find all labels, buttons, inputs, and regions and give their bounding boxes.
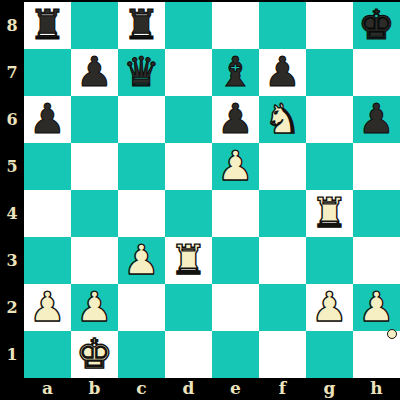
square-e4[interactable]: [212, 190, 259, 237]
square-f3[interactable]: [259, 237, 306, 284]
piece-black-rook-a8[interactable]: ♜: [29, 2, 66, 49]
piece-black-pawn-h6[interactable]: ♟: [358, 96, 395, 143]
square-b1[interactable]: ♚: [71, 331, 118, 378]
rank-label-4: 4: [0, 190, 24, 237]
square-e5[interactable]: ♟: [212, 143, 259, 190]
square-f1[interactable]: [259, 331, 306, 378]
square-h6[interactable]: ♟: [353, 96, 400, 143]
square-d3[interactable]: ♜: [165, 237, 212, 284]
square-c3[interactable]: ♟: [118, 237, 165, 284]
square-h2[interactable]: ♟: [353, 284, 400, 331]
chessboard[interactable]: ♜♜♚♟♛♝♟♟♟♞♟♟♜♟♜♟♟♟♟♚: [24, 2, 400, 378]
chessboard-frame: 87654321 ♜♜♚♟♛♝♟♟♟♞♟♟♜♟♜♟♟♟♟♚ abcdefgh: [0, 0, 400, 400]
piece-white-pawn-g2[interactable]: ♟: [311, 284, 348, 331]
file-label-e: e: [212, 378, 259, 400]
file-label-h: h: [353, 378, 400, 400]
square-a2[interactable]: ♟: [24, 284, 71, 331]
square-f8[interactable]: [259, 2, 306, 49]
square-a6[interactable]: ♟: [24, 96, 71, 143]
file-labels: abcdefgh: [24, 378, 400, 400]
square-g1[interactable]: [306, 331, 353, 378]
square-b5[interactable]: [71, 143, 118, 190]
square-d6[interactable]: [165, 96, 212, 143]
square-h5[interactable]: [353, 143, 400, 190]
square-h8[interactable]: ♚: [353, 2, 400, 49]
white-to-move-indicator: [387, 329, 397, 339]
square-g4[interactable]: ♜: [306, 190, 353, 237]
rank-label-8: 8: [0, 2, 24, 49]
square-g7[interactable]: [306, 49, 353, 96]
square-c5[interactable]: [118, 143, 165, 190]
square-d8[interactable]: [165, 2, 212, 49]
square-a3[interactable]: [24, 237, 71, 284]
square-d7[interactable]: [165, 49, 212, 96]
square-g6[interactable]: [306, 96, 353, 143]
rank-label-6: 6: [0, 96, 24, 143]
piece-black-rook-c8[interactable]: ♜: [123, 2, 160, 49]
square-b3[interactable]: [71, 237, 118, 284]
piece-black-queen-c7[interactable]: ♛: [123, 49, 160, 96]
square-d2[interactable]: [165, 284, 212, 331]
file-label-c: c: [118, 378, 165, 400]
square-a1[interactable]: [24, 331, 71, 378]
file-label-g: g: [306, 378, 353, 400]
square-g3[interactable]: [306, 237, 353, 284]
piece-white-knight-f6[interactable]: ♞: [264, 96, 301, 143]
file-label-f: f: [259, 378, 306, 400]
piece-white-pawn-b2[interactable]: ♟: [76, 284, 113, 331]
square-h3[interactable]: [353, 237, 400, 284]
rank-labels: 87654321: [0, 2, 24, 378]
square-d5[interactable]: [165, 143, 212, 190]
piece-white-king-b1[interactable]: ♚: [76, 331, 113, 378]
piece-white-pawn-c3[interactable]: ♟: [123, 237, 160, 284]
square-b8[interactable]: [71, 2, 118, 49]
square-e3[interactable]: [212, 237, 259, 284]
square-d1[interactable]: [165, 331, 212, 378]
square-e8[interactable]: [212, 2, 259, 49]
square-b6[interactable]: [71, 96, 118, 143]
square-b2[interactable]: ♟: [71, 284, 118, 331]
piece-black-king-h8[interactable]: ♚: [358, 2, 395, 49]
rank-label-5: 5: [0, 143, 24, 190]
square-c1[interactable]: [118, 331, 165, 378]
piece-black-pawn-a6[interactable]: ♟: [29, 96, 66, 143]
square-e6[interactable]: ♟: [212, 96, 259, 143]
square-b4[interactable]: [71, 190, 118, 237]
rank-label-7: 7: [0, 49, 24, 96]
square-f6[interactable]: ♞: [259, 96, 306, 143]
square-f2[interactable]: [259, 284, 306, 331]
square-e2[interactable]: [212, 284, 259, 331]
square-h4[interactable]: [353, 190, 400, 237]
square-a5[interactable]: [24, 143, 71, 190]
square-b7[interactable]: ♟: [71, 49, 118, 96]
square-g8[interactable]: [306, 2, 353, 49]
piece-white-rook-d3[interactable]: ♜: [170, 237, 207, 284]
square-a8[interactable]: ♜: [24, 2, 71, 49]
square-f4[interactable]: [259, 190, 306, 237]
square-f7[interactable]: ♟: [259, 49, 306, 96]
piece-black-pawn-f7[interactable]: ♟: [264, 49, 301, 96]
square-g2[interactable]: ♟: [306, 284, 353, 331]
rank-label-3: 3: [0, 237, 24, 284]
square-h7[interactable]: [353, 49, 400, 96]
piece-black-pawn-b7[interactable]: ♟: [76, 49, 113, 96]
piece-white-rook-g4[interactable]: ♜: [311, 190, 348, 237]
rank-label-2: 2: [0, 284, 24, 331]
square-d4[interactable]: [165, 190, 212, 237]
square-c2[interactable]: [118, 284, 165, 331]
square-f5[interactable]: [259, 143, 306, 190]
square-g5[interactable]: [306, 143, 353, 190]
square-c8[interactable]: ♜: [118, 2, 165, 49]
square-a4[interactable]: [24, 190, 71, 237]
piece-white-pawn-a2[interactable]: ♟: [29, 284, 66, 331]
square-c7[interactable]: ♛: [118, 49, 165, 96]
square-c6[interactable]: [118, 96, 165, 143]
rank-label-1: 1: [0, 331, 24, 378]
file-label-d: d: [165, 378, 212, 400]
square-e7[interactable]: ♝: [212, 49, 259, 96]
file-label-a: a: [24, 378, 71, 400]
square-c4[interactable]: [118, 190, 165, 237]
square-e1[interactable]: [212, 331, 259, 378]
piece-black-bishop-e7[interactable]: ♝: [217, 49, 254, 96]
piece-white-pawn-e5[interactable]: ♟: [217, 143, 254, 190]
file-label-b: b: [71, 378, 118, 400]
piece-white-pawn-h2[interactable]: ♟: [358, 284, 395, 331]
square-a7[interactable]: [24, 49, 71, 96]
piece-black-pawn-e6[interactable]: ♟: [217, 96, 254, 143]
